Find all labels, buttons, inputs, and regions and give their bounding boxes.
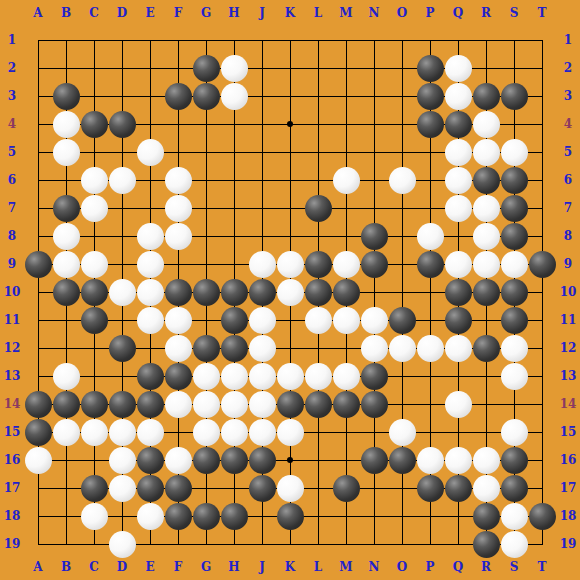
intersection-C12[interactable] (80, 334, 108, 362)
intersection-G11[interactable] (192, 306, 220, 334)
intersection-H1[interactable] (220, 26, 248, 54)
intersection-T13[interactable] (528, 362, 556, 390)
intersection-E4[interactable] (136, 110, 164, 138)
intersection-N19[interactable] (360, 530, 388, 558)
intersection-D16[interactable] (108, 446, 136, 474)
intersection-E13[interactable] (136, 362, 164, 390)
intersection-S1[interactable] (500, 26, 528, 54)
intersection-C1[interactable] (80, 26, 108, 54)
intersection-P19[interactable] (416, 530, 444, 558)
intersection-L3[interactable] (304, 82, 332, 110)
intersection-P1[interactable] (416, 26, 444, 54)
intersection-K4[interactable] (276, 110, 304, 138)
intersection-J8[interactable] (248, 222, 276, 250)
intersection-A1[interactable] (24, 26, 52, 54)
intersection-G12[interactable] (192, 334, 220, 362)
intersection-E8[interactable] (136, 222, 164, 250)
intersection-R1[interactable] (472, 26, 500, 54)
intersection-C13[interactable] (80, 362, 108, 390)
intersection-P10[interactable] (416, 278, 444, 306)
intersection-T6[interactable] (528, 166, 556, 194)
intersection-N14[interactable] (360, 390, 388, 418)
intersection-H14[interactable] (220, 390, 248, 418)
intersection-R12[interactable] (472, 334, 500, 362)
intersection-B2[interactable] (52, 54, 80, 82)
intersection-F7[interactable] (164, 194, 192, 222)
intersection-K16[interactable] (276, 446, 304, 474)
intersection-B11[interactable] (52, 306, 80, 334)
intersection-L10[interactable] (304, 278, 332, 306)
intersection-E1[interactable] (136, 26, 164, 54)
intersection-D5[interactable] (108, 138, 136, 166)
intersection-F1[interactable] (164, 26, 192, 54)
intersection-A6[interactable] (24, 166, 52, 194)
intersection-Q16[interactable] (444, 446, 472, 474)
intersection-D8[interactable] (108, 222, 136, 250)
intersection-M15[interactable] (332, 418, 360, 446)
intersection-L19[interactable] (304, 530, 332, 558)
intersection-M14[interactable] (332, 390, 360, 418)
intersection-A10[interactable] (24, 278, 52, 306)
intersection-F11[interactable] (164, 306, 192, 334)
intersection-F13[interactable] (164, 362, 192, 390)
intersection-Q14[interactable] (444, 390, 472, 418)
intersection-A8[interactable] (24, 222, 52, 250)
intersection-D3[interactable] (108, 82, 136, 110)
intersection-Q19[interactable] (444, 530, 472, 558)
intersection-G10[interactable] (192, 278, 220, 306)
intersection-N3[interactable] (360, 82, 388, 110)
intersection-F16[interactable] (164, 446, 192, 474)
intersection-G8[interactable] (192, 222, 220, 250)
intersection-S15[interactable] (500, 418, 528, 446)
intersection-S9[interactable] (500, 250, 528, 278)
intersection-P9[interactable] (416, 250, 444, 278)
intersection-P13[interactable] (416, 362, 444, 390)
intersection-K12[interactable] (276, 334, 304, 362)
intersection-E14[interactable] (136, 390, 164, 418)
intersection-T15[interactable] (528, 418, 556, 446)
intersection-T17[interactable] (528, 474, 556, 502)
intersection-O5[interactable] (388, 138, 416, 166)
intersection-N7[interactable] (360, 194, 388, 222)
intersection-E12[interactable] (136, 334, 164, 362)
intersection-K14[interactable] (276, 390, 304, 418)
intersection-B4[interactable] (52, 110, 80, 138)
intersection-R15[interactable] (472, 418, 500, 446)
intersection-B6[interactable] (52, 166, 80, 194)
intersection-G3[interactable] (192, 82, 220, 110)
intersection-R11[interactable] (472, 306, 500, 334)
intersection-D17[interactable] (108, 474, 136, 502)
intersection-K10[interactable] (276, 278, 304, 306)
intersection-G19[interactable] (192, 530, 220, 558)
intersection-A15[interactable] (24, 418, 52, 446)
intersection-T10[interactable] (528, 278, 556, 306)
intersection-J17[interactable] (248, 474, 276, 502)
intersection-M5[interactable] (332, 138, 360, 166)
intersection-K18[interactable] (276, 502, 304, 530)
intersection-N6[interactable] (360, 166, 388, 194)
intersection-M3[interactable] (332, 82, 360, 110)
intersection-H4[interactable] (220, 110, 248, 138)
intersection-H17[interactable] (220, 474, 248, 502)
intersection-E5[interactable] (136, 138, 164, 166)
intersection-P15[interactable] (416, 418, 444, 446)
intersection-H19[interactable] (220, 530, 248, 558)
intersection-L2[interactable] (304, 54, 332, 82)
intersection-J11[interactable] (248, 306, 276, 334)
intersection-E15[interactable] (136, 418, 164, 446)
intersection-B15[interactable] (52, 418, 80, 446)
intersection-J5[interactable] (248, 138, 276, 166)
intersection-H9[interactable] (220, 250, 248, 278)
intersection-L4[interactable] (304, 110, 332, 138)
intersection-Q13[interactable] (444, 362, 472, 390)
intersection-P5[interactable] (416, 138, 444, 166)
intersection-R14[interactable] (472, 390, 500, 418)
intersection-T2[interactable] (528, 54, 556, 82)
intersection-H7[interactable] (220, 194, 248, 222)
intersection-S18[interactable] (500, 502, 528, 530)
intersection-M7[interactable] (332, 194, 360, 222)
intersection-A17[interactable] (24, 474, 52, 502)
intersection-O15[interactable] (388, 418, 416, 446)
intersection-A3[interactable] (24, 82, 52, 110)
intersection-M1[interactable] (332, 26, 360, 54)
intersection-O1[interactable] (388, 26, 416, 54)
intersection-E16[interactable] (136, 446, 164, 474)
intersection-O18[interactable] (388, 502, 416, 530)
intersection-F18[interactable] (164, 502, 192, 530)
intersection-F17[interactable] (164, 474, 192, 502)
intersection-Q9[interactable] (444, 250, 472, 278)
intersection-C7[interactable] (80, 194, 108, 222)
intersection-G1[interactable] (192, 26, 220, 54)
intersection-J4[interactable] (248, 110, 276, 138)
intersection-D7[interactable] (108, 194, 136, 222)
intersection-E17[interactable] (136, 474, 164, 502)
intersection-H13[interactable] (220, 362, 248, 390)
intersection-P2[interactable] (416, 54, 444, 82)
intersection-K15[interactable] (276, 418, 304, 446)
intersection-K7[interactable] (276, 194, 304, 222)
intersection-D12[interactable] (108, 334, 136, 362)
intersection-B10[interactable] (52, 278, 80, 306)
intersection-O19[interactable] (388, 530, 416, 558)
intersection-T9[interactable] (528, 250, 556, 278)
intersection-D9[interactable] (108, 250, 136, 278)
intersection-F8[interactable] (164, 222, 192, 250)
intersection-K17[interactable] (276, 474, 304, 502)
intersection-Q10[interactable] (444, 278, 472, 306)
intersection-N11[interactable] (360, 306, 388, 334)
intersection-D18[interactable] (108, 502, 136, 530)
intersection-Q8[interactable] (444, 222, 472, 250)
intersection-J14[interactable] (248, 390, 276, 418)
intersection-D13[interactable] (108, 362, 136, 390)
intersection-L18[interactable] (304, 502, 332, 530)
intersection-O7[interactable] (388, 194, 416, 222)
intersection-L5[interactable] (304, 138, 332, 166)
intersection-B13[interactable] (52, 362, 80, 390)
intersection-Q2[interactable] (444, 54, 472, 82)
intersection-K3[interactable] (276, 82, 304, 110)
intersection-T16[interactable] (528, 446, 556, 474)
intersection-N8[interactable] (360, 222, 388, 250)
intersection-T18[interactable] (528, 502, 556, 530)
intersection-C11[interactable] (80, 306, 108, 334)
intersection-A11[interactable] (24, 306, 52, 334)
intersection-O6[interactable] (388, 166, 416, 194)
intersection-M17[interactable] (332, 474, 360, 502)
intersection-J2[interactable] (248, 54, 276, 82)
intersection-D2[interactable] (108, 54, 136, 82)
intersection-T4[interactable] (528, 110, 556, 138)
intersection-S16[interactable] (500, 446, 528, 474)
intersection-P17[interactable] (416, 474, 444, 502)
intersection-N2[interactable] (360, 54, 388, 82)
intersection-J15[interactable] (248, 418, 276, 446)
intersection-N5[interactable] (360, 138, 388, 166)
intersection-O16[interactable] (388, 446, 416, 474)
intersection-L14[interactable] (304, 390, 332, 418)
intersection-N12[interactable] (360, 334, 388, 362)
intersection-N16[interactable] (360, 446, 388, 474)
intersection-H8[interactable] (220, 222, 248, 250)
intersection-H15[interactable] (220, 418, 248, 446)
intersection-H2[interactable] (220, 54, 248, 82)
intersection-G2[interactable] (192, 54, 220, 82)
intersection-E2[interactable] (136, 54, 164, 82)
intersection-Q3[interactable] (444, 82, 472, 110)
intersection-T3[interactable] (528, 82, 556, 110)
intersection-B17[interactable] (52, 474, 80, 502)
intersection-O10[interactable] (388, 278, 416, 306)
intersection-R2[interactable] (472, 54, 500, 82)
intersection-G14[interactable] (192, 390, 220, 418)
intersection-L11[interactable] (304, 306, 332, 334)
intersection-R5[interactable] (472, 138, 500, 166)
intersection-K1[interactable] (276, 26, 304, 54)
intersection-T14[interactable] (528, 390, 556, 418)
intersection-R6[interactable] (472, 166, 500, 194)
intersection-R8[interactable] (472, 222, 500, 250)
intersection-C2[interactable] (80, 54, 108, 82)
intersection-J12[interactable] (248, 334, 276, 362)
intersection-N4[interactable] (360, 110, 388, 138)
intersection-E7[interactable] (136, 194, 164, 222)
intersection-S4[interactable] (500, 110, 528, 138)
intersection-A7[interactable] (24, 194, 52, 222)
intersection-L16[interactable] (304, 446, 332, 474)
intersection-L1[interactable] (304, 26, 332, 54)
intersection-P6[interactable] (416, 166, 444, 194)
intersection-D14[interactable] (108, 390, 136, 418)
intersection-R7[interactable] (472, 194, 500, 222)
intersection-A16[interactable] (24, 446, 52, 474)
intersection-T19[interactable] (528, 530, 556, 558)
intersection-E18[interactable] (136, 502, 164, 530)
intersection-E19[interactable] (136, 530, 164, 558)
intersection-C8[interactable] (80, 222, 108, 250)
intersection-C9[interactable] (80, 250, 108, 278)
intersection-G16[interactable] (192, 446, 220, 474)
intersection-S6[interactable] (500, 166, 528, 194)
intersection-O3[interactable] (388, 82, 416, 110)
intersection-A14[interactable] (24, 390, 52, 418)
intersection-A18[interactable] (24, 502, 52, 530)
intersection-Q5[interactable] (444, 138, 472, 166)
intersection-R10[interactable] (472, 278, 500, 306)
intersection-R16[interactable] (472, 446, 500, 474)
intersection-K11[interactable] (276, 306, 304, 334)
intersection-N1[interactable] (360, 26, 388, 54)
intersection-J19[interactable] (248, 530, 276, 558)
intersection-O4[interactable] (388, 110, 416, 138)
intersection-F19[interactable] (164, 530, 192, 558)
intersection-B14[interactable] (52, 390, 80, 418)
intersection-J1[interactable] (248, 26, 276, 54)
intersection-M2[interactable] (332, 54, 360, 82)
intersection-R19[interactable] (472, 530, 500, 558)
intersection-M13[interactable] (332, 362, 360, 390)
intersection-L9[interactable] (304, 250, 332, 278)
intersection-B8[interactable] (52, 222, 80, 250)
intersection-L13[interactable] (304, 362, 332, 390)
intersection-Q15[interactable] (444, 418, 472, 446)
intersection-K19[interactable] (276, 530, 304, 558)
intersection-G6[interactable] (192, 166, 220, 194)
intersection-Q6[interactable] (444, 166, 472, 194)
intersection-H6[interactable] (220, 166, 248, 194)
intersection-S3[interactable] (500, 82, 528, 110)
intersection-C10[interactable] (80, 278, 108, 306)
intersection-G4[interactable] (192, 110, 220, 138)
intersection-F2[interactable] (164, 54, 192, 82)
intersection-F4[interactable] (164, 110, 192, 138)
intersection-M10[interactable] (332, 278, 360, 306)
intersection-L7[interactable] (304, 194, 332, 222)
intersection-A4[interactable] (24, 110, 52, 138)
intersection-M11[interactable] (332, 306, 360, 334)
intersection-F12[interactable] (164, 334, 192, 362)
intersection-D19[interactable] (108, 530, 136, 558)
intersection-C4[interactable] (80, 110, 108, 138)
intersection-C17[interactable] (80, 474, 108, 502)
intersection-K2[interactable] (276, 54, 304, 82)
intersection-J6[interactable] (248, 166, 276, 194)
intersection-Q17[interactable] (444, 474, 472, 502)
intersection-O14[interactable] (388, 390, 416, 418)
intersection-G5[interactable] (192, 138, 220, 166)
intersection-T8[interactable] (528, 222, 556, 250)
intersection-O8[interactable] (388, 222, 416, 250)
intersection-Q1[interactable] (444, 26, 472, 54)
intersection-T5[interactable] (528, 138, 556, 166)
intersection-C5[interactable] (80, 138, 108, 166)
intersection-B19[interactable] (52, 530, 80, 558)
intersection-B9[interactable] (52, 250, 80, 278)
intersection-O13[interactable] (388, 362, 416, 390)
intersection-D11[interactable] (108, 306, 136, 334)
intersection-P12[interactable] (416, 334, 444, 362)
intersection-G18[interactable] (192, 502, 220, 530)
intersection-P11[interactable] (416, 306, 444, 334)
intersection-M18[interactable] (332, 502, 360, 530)
intersection-K6[interactable] (276, 166, 304, 194)
intersection-S12[interactable] (500, 334, 528, 362)
intersection-G17[interactable] (192, 474, 220, 502)
intersection-C16[interactable] (80, 446, 108, 474)
intersection-D1[interactable] (108, 26, 136, 54)
intersection-P3[interactable] (416, 82, 444, 110)
intersection-H11[interactable] (220, 306, 248, 334)
intersection-H5[interactable] (220, 138, 248, 166)
intersection-S10[interactable] (500, 278, 528, 306)
intersection-B5[interactable] (52, 138, 80, 166)
intersection-R4[interactable] (472, 110, 500, 138)
intersection-P8[interactable] (416, 222, 444, 250)
intersection-T12[interactable] (528, 334, 556, 362)
intersection-M12[interactable] (332, 334, 360, 362)
intersection-K13[interactable] (276, 362, 304, 390)
intersection-L6[interactable] (304, 166, 332, 194)
intersection-L15[interactable] (304, 418, 332, 446)
intersection-A19[interactable] (24, 530, 52, 558)
intersection-M16[interactable] (332, 446, 360, 474)
intersection-H16[interactable] (220, 446, 248, 474)
intersection-J18[interactable] (248, 502, 276, 530)
intersection-K8[interactable] (276, 222, 304, 250)
intersection-F5[interactable] (164, 138, 192, 166)
intersection-Q12[interactable] (444, 334, 472, 362)
intersection-N15[interactable] (360, 418, 388, 446)
intersection-D4[interactable] (108, 110, 136, 138)
intersection-E6[interactable] (136, 166, 164, 194)
intersection-H3[interactable] (220, 82, 248, 110)
intersection-M8[interactable] (332, 222, 360, 250)
intersection-P4[interactable] (416, 110, 444, 138)
intersection-Q11[interactable] (444, 306, 472, 334)
intersection-D15[interactable] (108, 418, 136, 446)
intersection-S14[interactable] (500, 390, 528, 418)
intersection-E10[interactable] (136, 278, 164, 306)
intersection-T11[interactable] (528, 306, 556, 334)
intersection-S19[interactable] (500, 530, 528, 558)
intersection-D6[interactable] (108, 166, 136, 194)
intersection-O17[interactable] (388, 474, 416, 502)
intersection-L8[interactable] (304, 222, 332, 250)
intersection-J13[interactable] (248, 362, 276, 390)
intersection-B12[interactable] (52, 334, 80, 362)
intersection-A12[interactable] (24, 334, 52, 362)
intersection-L12[interactable] (304, 334, 332, 362)
intersection-T7[interactable] (528, 194, 556, 222)
intersection-P14[interactable] (416, 390, 444, 418)
intersection-J10[interactable] (248, 278, 276, 306)
intersection-C3[interactable] (80, 82, 108, 110)
intersection-B3[interactable] (52, 82, 80, 110)
intersection-O9[interactable] (388, 250, 416, 278)
intersection-K5[interactable] (276, 138, 304, 166)
intersection-S2[interactable] (500, 54, 528, 82)
intersection-R13[interactable] (472, 362, 500, 390)
intersection-Q4[interactable] (444, 110, 472, 138)
intersection-S13[interactable] (500, 362, 528, 390)
intersection-C6[interactable] (80, 166, 108, 194)
intersection-L17[interactable] (304, 474, 332, 502)
